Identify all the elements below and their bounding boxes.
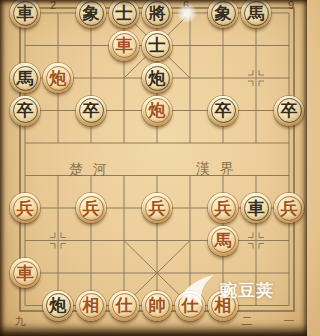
piece-glyph: 兵 bbox=[83, 200, 100, 217]
piece-glyph: 將 bbox=[149, 5, 166, 22]
xiangqi-app-screen: { "game": "xiangqi", "position": { "fen"… bbox=[0, 0, 307, 336]
piece-red-elephant[interactable]: 相 bbox=[76, 291, 106, 321]
piece-glyph: 相 bbox=[215, 297, 232, 314]
piece-glyph: 卒 bbox=[215, 102, 232, 119]
piece-black-soldier[interactable]: 卒 bbox=[274, 96, 304, 126]
piece-glyph: 車 bbox=[17, 265, 34, 282]
piece-black-advisor[interactable]: 士 bbox=[142, 31, 172, 61]
piece-glyph: 士 bbox=[116, 5, 133, 22]
piece-glyph: 兵 bbox=[281, 200, 298, 217]
piece-black-cannon[interactable]: 炮 bbox=[43, 291, 73, 321]
piece-glyph: 象 bbox=[83, 5, 100, 22]
piece-black-horse[interactable]: 馬 bbox=[10, 63, 40, 93]
piece-red-general[interactable]: 帥 bbox=[142, 291, 172, 321]
piece-red-cannon[interactable]: 炮 bbox=[43, 63, 73, 93]
piece-glyph: 炮 bbox=[50, 297, 67, 314]
piece-black-chariot[interactable]: 車 bbox=[10, 0, 40, 28]
piece-glyph: 炮 bbox=[149, 102, 166, 119]
piece-black-cannon[interactable]: 炮 bbox=[142, 63, 172, 93]
piece-red-soldier[interactable]: 兵 bbox=[76, 193, 106, 223]
piece-glyph: 馬 bbox=[248, 5, 265, 22]
piece-black-soldier[interactable]: 卒 bbox=[10, 96, 40, 126]
piece-black-elephant[interactable]: 象 bbox=[76, 0, 106, 28]
piece-black-soldier[interactable]: 卒 bbox=[208, 96, 238, 126]
piece-glyph: 卒 bbox=[83, 102, 100, 119]
pieces-layer[interactable]: 車象士將象馬車士馬炮炮卒卒炮卒卒兵兵兵兵車兵馬車炮相仕帥仕相 bbox=[9, 0, 306, 322]
piece-glyph: 仕 bbox=[182, 297, 199, 314]
piece-black-soldier[interactable]: 卒 bbox=[76, 96, 106, 126]
piece-red-soldier[interactable]: 兵 bbox=[208, 193, 238, 223]
piece-glyph: 士 bbox=[149, 37, 166, 54]
piece-glyph: 炮 bbox=[149, 70, 166, 87]
piece-red-cannon[interactable]: 炮 bbox=[142, 96, 172, 126]
piece-glyph: 兵 bbox=[149, 200, 166, 217]
piece-red-advisor[interactable]: 仕 bbox=[109, 291, 139, 321]
piece-black-advisor[interactable]: 士 bbox=[109, 0, 139, 28]
piece-glyph: 帥 bbox=[149, 297, 166, 314]
piece-glyph: 馬 bbox=[17, 70, 34, 87]
piece-glyph: 車 bbox=[17, 5, 34, 22]
piece-glyph: 象 bbox=[215, 5, 232, 22]
piece-red-soldier[interactable]: 兵 bbox=[274, 193, 304, 223]
piece-red-chariot[interactable]: 車 bbox=[109, 31, 139, 61]
piece-black-chariot[interactable]: 車 bbox=[241, 193, 271, 223]
piece-glyph: 仕 bbox=[116, 297, 133, 314]
piece-red-soldier[interactable]: 兵 bbox=[142, 193, 172, 223]
piece-black-elephant[interactable]: 象 bbox=[208, 0, 238, 28]
piece-red-soldier[interactable]: 兵 bbox=[10, 193, 40, 223]
piece-glyph: 卒 bbox=[17, 102, 34, 119]
piece-glyph: 卒 bbox=[281, 102, 298, 119]
piece-glyph: 兵 bbox=[17, 200, 34, 217]
piece-glyph: 馬 bbox=[215, 232, 232, 249]
piece-red-chariot[interactable]: 車 bbox=[10, 258, 40, 288]
piece-black-horse[interactable]: 馬 bbox=[241, 0, 271, 28]
piece-glyph: 兵 bbox=[215, 200, 232, 217]
piece-red-horse[interactable]: 馬 bbox=[208, 226, 238, 256]
piece-glyph: 炮 bbox=[50, 70, 67, 87]
piece-black-general[interactable]: 將 bbox=[142, 0, 172, 28]
piece-glyph: 車 bbox=[116, 37, 133, 54]
piece-glyph: 車 bbox=[248, 200, 265, 217]
piece-red-advisor[interactable]: 仕 bbox=[175, 291, 205, 321]
piece-red-elephant[interactable]: 相 bbox=[208, 291, 238, 321]
piece-glyph: 相 bbox=[83, 297, 100, 314]
